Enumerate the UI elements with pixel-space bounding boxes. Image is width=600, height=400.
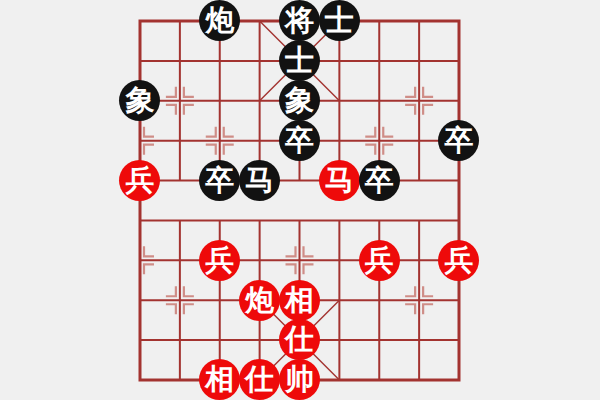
piece-red-advisor[interactable]: 仕 — [239, 359, 280, 400]
piece-black-elephant[interactable]: 象 — [279, 80, 320, 121]
piece-black-advisor[interactable]: 士 — [319, 0, 360, 41]
piece-black-general[interactable]: 将 — [279, 0, 320, 41]
piece-red-cannon[interactable]: 炮 — [239, 280, 280, 321]
piece-red-elephant[interactable]: 相 — [279, 280, 320, 321]
piece-red-advisor[interactable]: 仕 — [279, 319, 320, 360]
piece-black-cannon[interactable]: 炮 — [199, 0, 240, 41]
piece-black-soldier[interactable]: 卒 — [438, 120, 479, 161]
piece-red-horse[interactable]: 马 — [319, 160, 360, 201]
xiangqi-app: 炮将士士象象卒卒兵卒马马卒兵兵兵炮相仕相仕帅 — [0, 0, 600, 400]
piece-black-horse[interactable]: 马 — [239, 160, 280, 201]
piece-red-elephant[interactable]: 相 — [199, 359, 240, 400]
piece-red-soldier[interactable]: 兵 — [119, 160, 160, 201]
piece-black-soldier[interactable]: 卒 — [199, 160, 240, 201]
piece-black-soldier[interactable]: 卒 — [359, 160, 400, 201]
piece-red-soldier[interactable]: 兵 — [199, 240, 240, 281]
piece-black-advisor[interactable]: 士 — [279, 40, 320, 81]
piece-layer: 炮将士士象象卒卒兵卒马马卒兵兵兵炮相仕相仕帅 — [120, 1, 479, 400]
piece-black-elephant[interactable]: 象 — [119, 80, 160, 121]
piece-red-soldier[interactable]: 兵 — [359, 240, 400, 281]
piece-red-soldier[interactable]: 兵 — [438, 240, 479, 281]
piece-red-general[interactable]: 帅 — [279, 359, 320, 400]
piece-black-soldier[interactable]: 卒 — [279, 120, 320, 161]
